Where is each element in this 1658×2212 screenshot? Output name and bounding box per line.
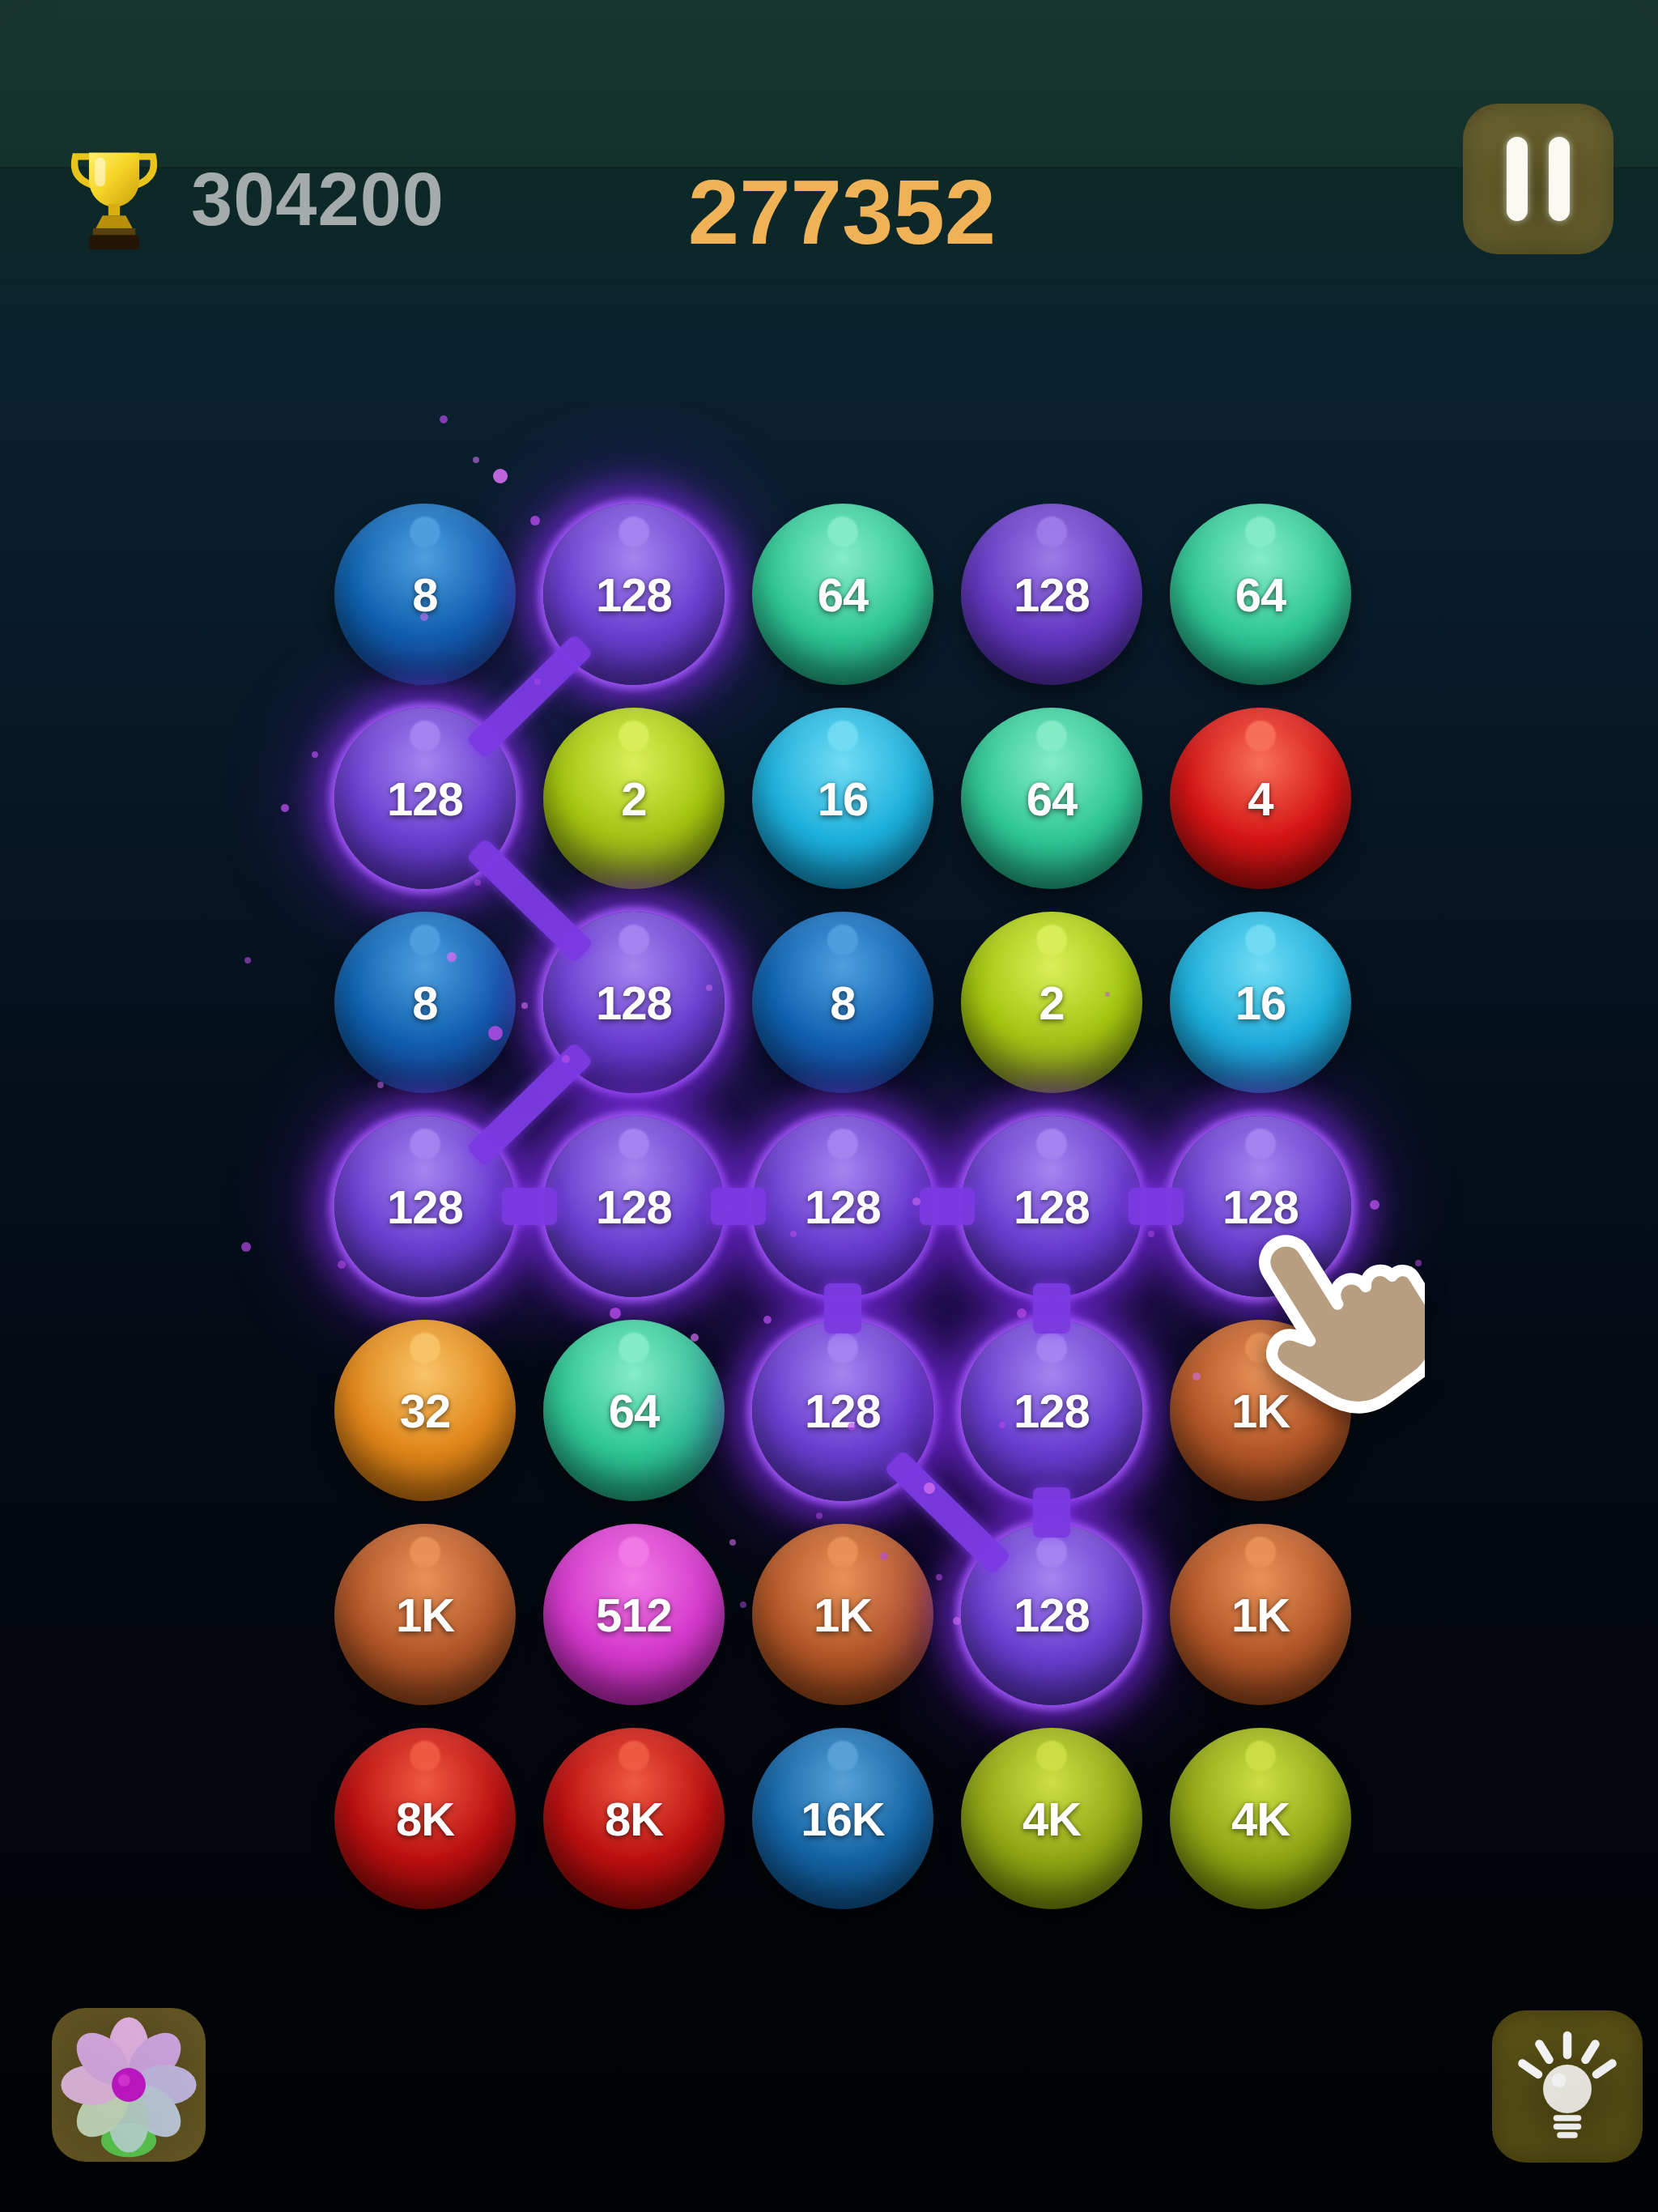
hand-cursor [1243, 1208, 1425, 1423]
ball-highlight [1036, 1129, 1067, 1159]
ball-r5c1[interactable]: 32 [334, 1320, 516, 1501]
ball-value: 1K [814, 1588, 872, 1642]
light-bulb-icon [1507, 2026, 1628, 2147]
ball-highlight [1245, 517, 1276, 547]
sparkle-particle [530, 516, 540, 525]
ball-r7c3[interactable]: 16K [752, 1728, 933, 1909]
sparkle-particle [729, 1539, 736, 1546]
chain-link [1033, 1283, 1070, 1334]
sparkle-particle [740, 1602, 746, 1608]
sparkle-particle [493, 469, 508, 483]
ball-value: 8 [830, 976, 855, 1030]
ball-highlight [1245, 1741, 1276, 1772]
ball-highlight [827, 1537, 858, 1568]
ball-highlight [410, 517, 440, 547]
ball-r3c4[interactable]: 2 [961, 912, 1142, 1093]
sparkle-particle [1148, 1231, 1154, 1237]
ball-value: 128 [1014, 1588, 1090, 1642]
ball-r1c4[interactable]: 128 [961, 504, 1142, 685]
ball-r6c5[interactable]: 1K [1170, 1524, 1351, 1705]
chain-link [1033, 1487, 1070, 1538]
ball-r6c3[interactable]: 1K [752, 1524, 933, 1705]
ball-highlight [410, 1537, 440, 1568]
ball-r1c5[interactable]: 64 [1170, 504, 1351, 685]
ball-r5c2[interactable]: 64 [543, 1320, 725, 1501]
ball-value: 512 [596, 1588, 672, 1642]
ball-r5c4[interactable]: 128 [961, 1320, 1142, 1501]
ball-value: 128 [805, 1384, 881, 1438]
ball-value: 8 [412, 976, 437, 1030]
chain-link [711, 1188, 766, 1225]
ball-value: 4K [1022, 1792, 1081, 1846]
ball-highlight [410, 1741, 440, 1772]
ball-highlight [410, 721, 440, 751]
sparkle-particle [936, 1574, 942, 1580]
ball-value: 128 [1014, 568, 1090, 622]
ball-highlight [619, 1741, 649, 1772]
ball-highlight [827, 1741, 858, 1772]
sparkle-particle [473, 457, 479, 463]
ball-r7c4[interactable]: 4K [961, 1728, 1142, 1909]
ball-value: 8K [396, 1792, 454, 1846]
sparkle-particle [816, 1512, 823, 1519]
ball-r6c1[interactable]: 1K [334, 1524, 516, 1705]
ball-highlight [1245, 925, 1276, 955]
ball-highlight [827, 517, 858, 547]
ball-value: 128 [387, 1180, 463, 1234]
sparkle-particle [953, 1617, 961, 1625]
ball-highlight [1245, 1129, 1276, 1159]
ball-highlight [1245, 721, 1276, 751]
sparkle-particle [281, 804, 289, 812]
chain-link [502, 1188, 557, 1225]
ball-value: 16K [801, 1792, 884, 1846]
ball-r4c4[interactable]: 128 [961, 1116, 1142, 1297]
sparkle-particle [474, 879, 481, 886]
ball-r7c5[interactable]: 4K [1170, 1728, 1351, 1909]
ball-value: 1K [1231, 1588, 1290, 1642]
ball-highlight [1036, 1741, 1067, 1772]
ball-r3c1[interactable]: 8 [334, 912, 516, 1093]
ball-r4c3[interactable]: 128 [752, 1116, 933, 1297]
ball-r3c5[interactable]: 16 [1170, 912, 1351, 1093]
ball-value: 128 [596, 976, 672, 1030]
ball-r3c3[interactable]: 8 [752, 912, 933, 1093]
ball-value: 128 [387, 772, 463, 826]
ball-value: 128 [596, 1180, 672, 1234]
ball-r2c5[interactable]: 4 [1170, 708, 1351, 889]
theme-flower-button[interactable] [52, 2008, 206, 2162]
ball-highlight [619, 1333, 649, 1363]
chain-link [920, 1188, 975, 1225]
ball-r2c4[interactable]: 64 [961, 708, 1142, 889]
sparkle-particle [440, 415, 448, 423]
ball-r2c3[interactable]: 16 [752, 708, 933, 889]
ball-value: 32 [400, 1384, 451, 1438]
ball-value: 2 [621, 772, 646, 826]
ball-value: 128 [805, 1180, 881, 1234]
ball-highlight [1036, 1333, 1067, 1363]
sparkle-particle [244, 957, 251, 963]
ball-r6c2[interactable]: 512 [543, 1524, 725, 1705]
ball-highlight [619, 721, 649, 751]
ball-highlight [827, 1333, 858, 1363]
ball-value: 128 [596, 568, 672, 622]
ball-r1c3[interactable]: 64 [752, 504, 933, 685]
ball-value: 128 [1014, 1180, 1090, 1234]
ball-highlight [410, 1333, 440, 1363]
ball-highlight [619, 517, 649, 547]
ball-highlight [1036, 1537, 1067, 1568]
ball-r2c2[interactable]: 2 [543, 708, 725, 889]
sparkle-particle [241, 1242, 251, 1252]
ball-highlight [827, 721, 858, 751]
ball-r1c1[interactable]: 8 [334, 504, 516, 685]
ball-highlight [827, 925, 858, 955]
ball-value: 2 [1039, 976, 1064, 1030]
ball-highlight [1036, 721, 1067, 751]
ball-r4c2[interactable]: 128 [543, 1116, 725, 1297]
ball-value: 64 [1027, 772, 1078, 826]
ball-value: 64 [818, 568, 869, 622]
ball-value: 1K [396, 1588, 454, 1642]
ball-r7c2[interactable]: 8K [543, 1728, 725, 1909]
chain-link [824, 1283, 861, 1334]
ball-highlight [410, 1129, 440, 1159]
ball-highlight [410, 925, 440, 955]
ball-value: 128 [1014, 1384, 1090, 1438]
ball-highlight [619, 1537, 649, 1568]
ball-highlight [619, 925, 649, 955]
sparkle-particle [610, 1308, 621, 1319]
flower-icon [52, 2008, 206, 2162]
hint-bulb-button[interactable] [1492, 2010, 1643, 2163]
ball-value: 16 [1235, 976, 1286, 1030]
ball-r7c1[interactable]: 8K [334, 1728, 516, 1909]
ball-highlight [1036, 517, 1067, 547]
ball-value: 16 [818, 772, 869, 826]
ball-value: 64 [1235, 568, 1286, 622]
sparkle-particle [338, 1261, 346, 1269]
ball-highlight [619, 1129, 649, 1159]
sparkle-particle [763, 1316, 772, 1324]
ball-highlight [1245, 1537, 1276, 1568]
sparkle-particle [312, 751, 318, 758]
ball-highlight [1036, 925, 1067, 955]
chain-link [1129, 1188, 1184, 1225]
game-board: 8128641286412821664481288216128128128128… [0, 0, 1658, 2212]
ball-value: 4 [1248, 772, 1273, 826]
ball-value: 8 [412, 568, 437, 622]
sparkle-particle [521, 1002, 528, 1009]
ball-value: 4K [1231, 1792, 1290, 1846]
ball-value: 8K [605, 1792, 663, 1846]
sparkle-particle [1017, 1308, 1027, 1318]
ball-highlight [827, 1129, 858, 1159]
ball-value: 64 [609, 1384, 660, 1438]
